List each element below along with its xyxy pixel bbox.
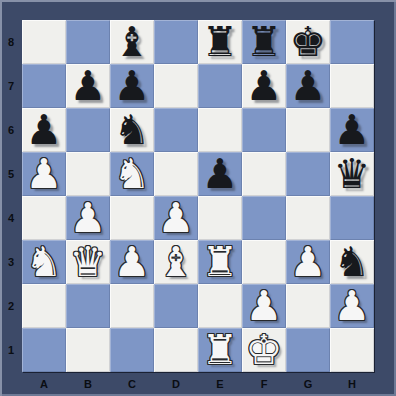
rank-label-3: 3 bbox=[0, 240, 22, 284]
square-c1[interactable] bbox=[110, 328, 154, 372]
square-d4[interactable]: ♟ bbox=[154, 196, 198, 240]
square-b8[interactable] bbox=[66, 20, 110, 64]
rank-label-6: 6 bbox=[0, 108, 22, 152]
file-label-c: C bbox=[110, 373, 154, 394]
square-e5[interactable]: ♟ bbox=[198, 152, 242, 196]
square-e3[interactable]: ♜ bbox=[198, 240, 242, 284]
rank-label-4: 4 bbox=[0, 196, 22, 240]
file-label-h: H bbox=[330, 373, 374, 394]
white-pawn-icon: ♟ bbox=[26, 152, 63, 196]
square-d7[interactable] bbox=[154, 64, 198, 108]
white-king-icon: ♚ bbox=[246, 328, 283, 372]
board-frame: 87654321 ABCDEFGH ♝♜♜♚♟♟♟♟♟♞♟♟♞♟♛♟♟♞♛♟♝♜… bbox=[0, 0, 396, 396]
white-bishop-icon: ♝ bbox=[158, 240, 195, 284]
white-queen-icon: ♛ bbox=[70, 240, 107, 284]
square-f2[interactable]: ♟ bbox=[242, 284, 286, 328]
square-a5[interactable]: ♟ bbox=[22, 152, 66, 196]
square-g7[interactable]: ♟ bbox=[286, 64, 330, 108]
black-pawn-icon: ♟ bbox=[114, 64, 151, 108]
square-h5[interactable]: ♛ bbox=[330, 152, 374, 196]
rank-label-5: 5 bbox=[0, 152, 22, 196]
white-rook-icon: ♜ bbox=[202, 328, 239, 372]
white-pawn-icon: ♟ bbox=[290, 240, 327, 284]
square-e6[interactable] bbox=[198, 108, 242, 152]
black-knight-icon: ♞ bbox=[334, 240, 371, 284]
chess-board: ♝♜♜♚♟♟♟♟♟♞♟♟♞♟♛♟♟♞♛♟♝♜♟♞♟♟♜♚ bbox=[22, 20, 374, 372]
square-h8[interactable] bbox=[330, 20, 374, 64]
white-pawn-icon: ♟ bbox=[158, 196, 195, 240]
white-pawn-icon: ♟ bbox=[246, 284, 283, 328]
file-label-b: B bbox=[66, 373, 110, 394]
white-knight-icon: ♞ bbox=[26, 240, 63, 284]
rank-labels: 87654321 bbox=[0, 20, 22, 372]
square-g1[interactable] bbox=[286, 328, 330, 372]
square-a2[interactable] bbox=[22, 284, 66, 328]
square-g3[interactable]: ♟ bbox=[286, 240, 330, 284]
square-b1[interactable] bbox=[66, 328, 110, 372]
square-e2[interactable] bbox=[198, 284, 242, 328]
square-e8[interactable]: ♜ bbox=[198, 20, 242, 64]
square-h4[interactable] bbox=[330, 196, 374, 240]
square-c2[interactable] bbox=[110, 284, 154, 328]
black-bishop-icon: ♝ bbox=[114, 20, 151, 64]
square-a4[interactable] bbox=[22, 196, 66, 240]
white-pawn-icon: ♟ bbox=[70, 196, 107, 240]
square-d3[interactable]: ♝ bbox=[154, 240, 198, 284]
black-knight-icon: ♞ bbox=[114, 108, 151, 152]
square-c3[interactable]: ♟ bbox=[110, 240, 154, 284]
black-pawn-icon: ♟ bbox=[202, 152, 239, 196]
square-f3[interactable] bbox=[242, 240, 286, 284]
square-a6[interactable]: ♟ bbox=[22, 108, 66, 152]
file-labels: ABCDEFGH bbox=[22, 373, 374, 394]
black-pawn-icon: ♟ bbox=[334, 108, 371, 152]
rank-label-2: 2 bbox=[0, 284, 22, 328]
black-king-icon: ♚ bbox=[290, 20, 327, 64]
square-f6[interactable] bbox=[242, 108, 286, 152]
square-b5[interactable] bbox=[66, 152, 110, 196]
white-rook-icon: ♜ bbox=[202, 240, 239, 284]
file-label-f: F bbox=[242, 373, 286, 394]
file-label-d: D bbox=[154, 373, 198, 394]
square-b7[interactable]: ♟ bbox=[66, 64, 110, 108]
rank-label-1: 1 bbox=[0, 328, 22, 372]
square-d2[interactable] bbox=[154, 284, 198, 328]
square-a8[interactable] bbox=[22, 20, 66, 64]
white-pawn-icon: ♟ bbox=[334, 284, 371, 328]
square-a3[interactable]: ♞ bbox=[22, 240, 66, 284]
square-b2[interactable] bbox=[66, 284, 110, 328]
square-h6[interactable]: ♟ bbox=[330, 108, 374, 152]
rank-label-8: 8 bbox=[0, 20, 22, 64]
square-c7[interactable]: ♟ bbox=[110, 64, 154, 108]
square-d5[interactable] bbox=[154, 152, 198, 196]
square-d8[interactable] bbox=[154, 20, 198, 64]
square-h1[interactable] bbox=[330, 328, 374, 372]
square-g6[interactable] bbox=[286, 108, 330, 152]
black-pawn-icon: ♟ bbox=[26, 108, 63, 152]
square-c8[interactable]: ♝ bbox=[110, 20, 154, 64]
file-label-a: A bbox=[22, 373, 66, 394]
square-g2[interactable] bbox=[286, 284, 330, 328]
square-b4[interactable]: ♟ bbox=[66, 196, 110, 240]
square-c6[interactable]: ♞ bbox=[110, 108, 154, 152]
square-b6[interactable] bbox=[66, 108, 110, 152]
black-pawn-icon: ♟ bbox=[246, 64, 283, 108]
square-b3[interactable]: ♛ bbox=[66, 240, 110, 284]
black-pawn-icon: ♟ bbox=[290, 64, 327, 108]
square-e4[interactable] bbox=[198, 196, 242, 240]
square-a7[interactable] bbox=[22, 64, 66, 108]
square-e7[interactable] bbox=[198, 64, 242, 108]
black-queen-icon: ♛ bbox=[334, 152, 371, 196]
black-rook-icon: ♜ bbox=[202, 20, 239, 64]
square-d1[interactable] bbox=[154, 328, 198, 372]
square-g8[interactable]: ♚ bbox=[286, 20, 330, 64]
square-a1[interactable] bbox=[22, 328, 66, 372]
square-h7[interactable] bbox=[330, 64, 374, 108]
square-h2[interactable]: ♟ bbox=[330, 284, 374, 328]
square-d6[interactable] bbox=[154, 108, 198, 152]
square-e1[interactable]: ♜ bbox=[198, 328, 242, 372]
rank-label-7: 7 bbox=[0, 64, 22, 108]
square-g4[interactable] bbox=[286, 196, 330, 240]
square-f7[interactable]: ♟ bbox=[242, 64, 286, 108]
square-g5[interactable] bbox=[286, 152, 330, 196]
square-f5[interactable] bbox=[242, 152, 286, 196]
square-c4[interactable] bbox=[110, 196, 154, 240]
white-knight-icon: ♞ bbox=[114, 152, 151, 196]
file-label-e: E bbox=[198, 373, 242, 394]
white-pawn-icon: ♟ bbox=[114, 240, 151, 284]
square-f8[interactable]: ♜ bbox=[242, 20, 286, 64]
square-c5[interactable]: ♞ bbox=[110, 152, 154, 196]
black-pawn-icon: ♟ bbox=[70, 64, 107, 108]
square-h3[interactable]: ♞ bbox=[330, 240, 374, 284]
square-f1[interactable]: ♚ bbox=[242, 328, 286, 372]
square-f4[interactable] bbox=[242, 196, 286, 240]
black-rook-icon: ♜ bbox=[246, 20, 283, 64]
file-label-g: G bbox=[286, 373, 330, 394]
